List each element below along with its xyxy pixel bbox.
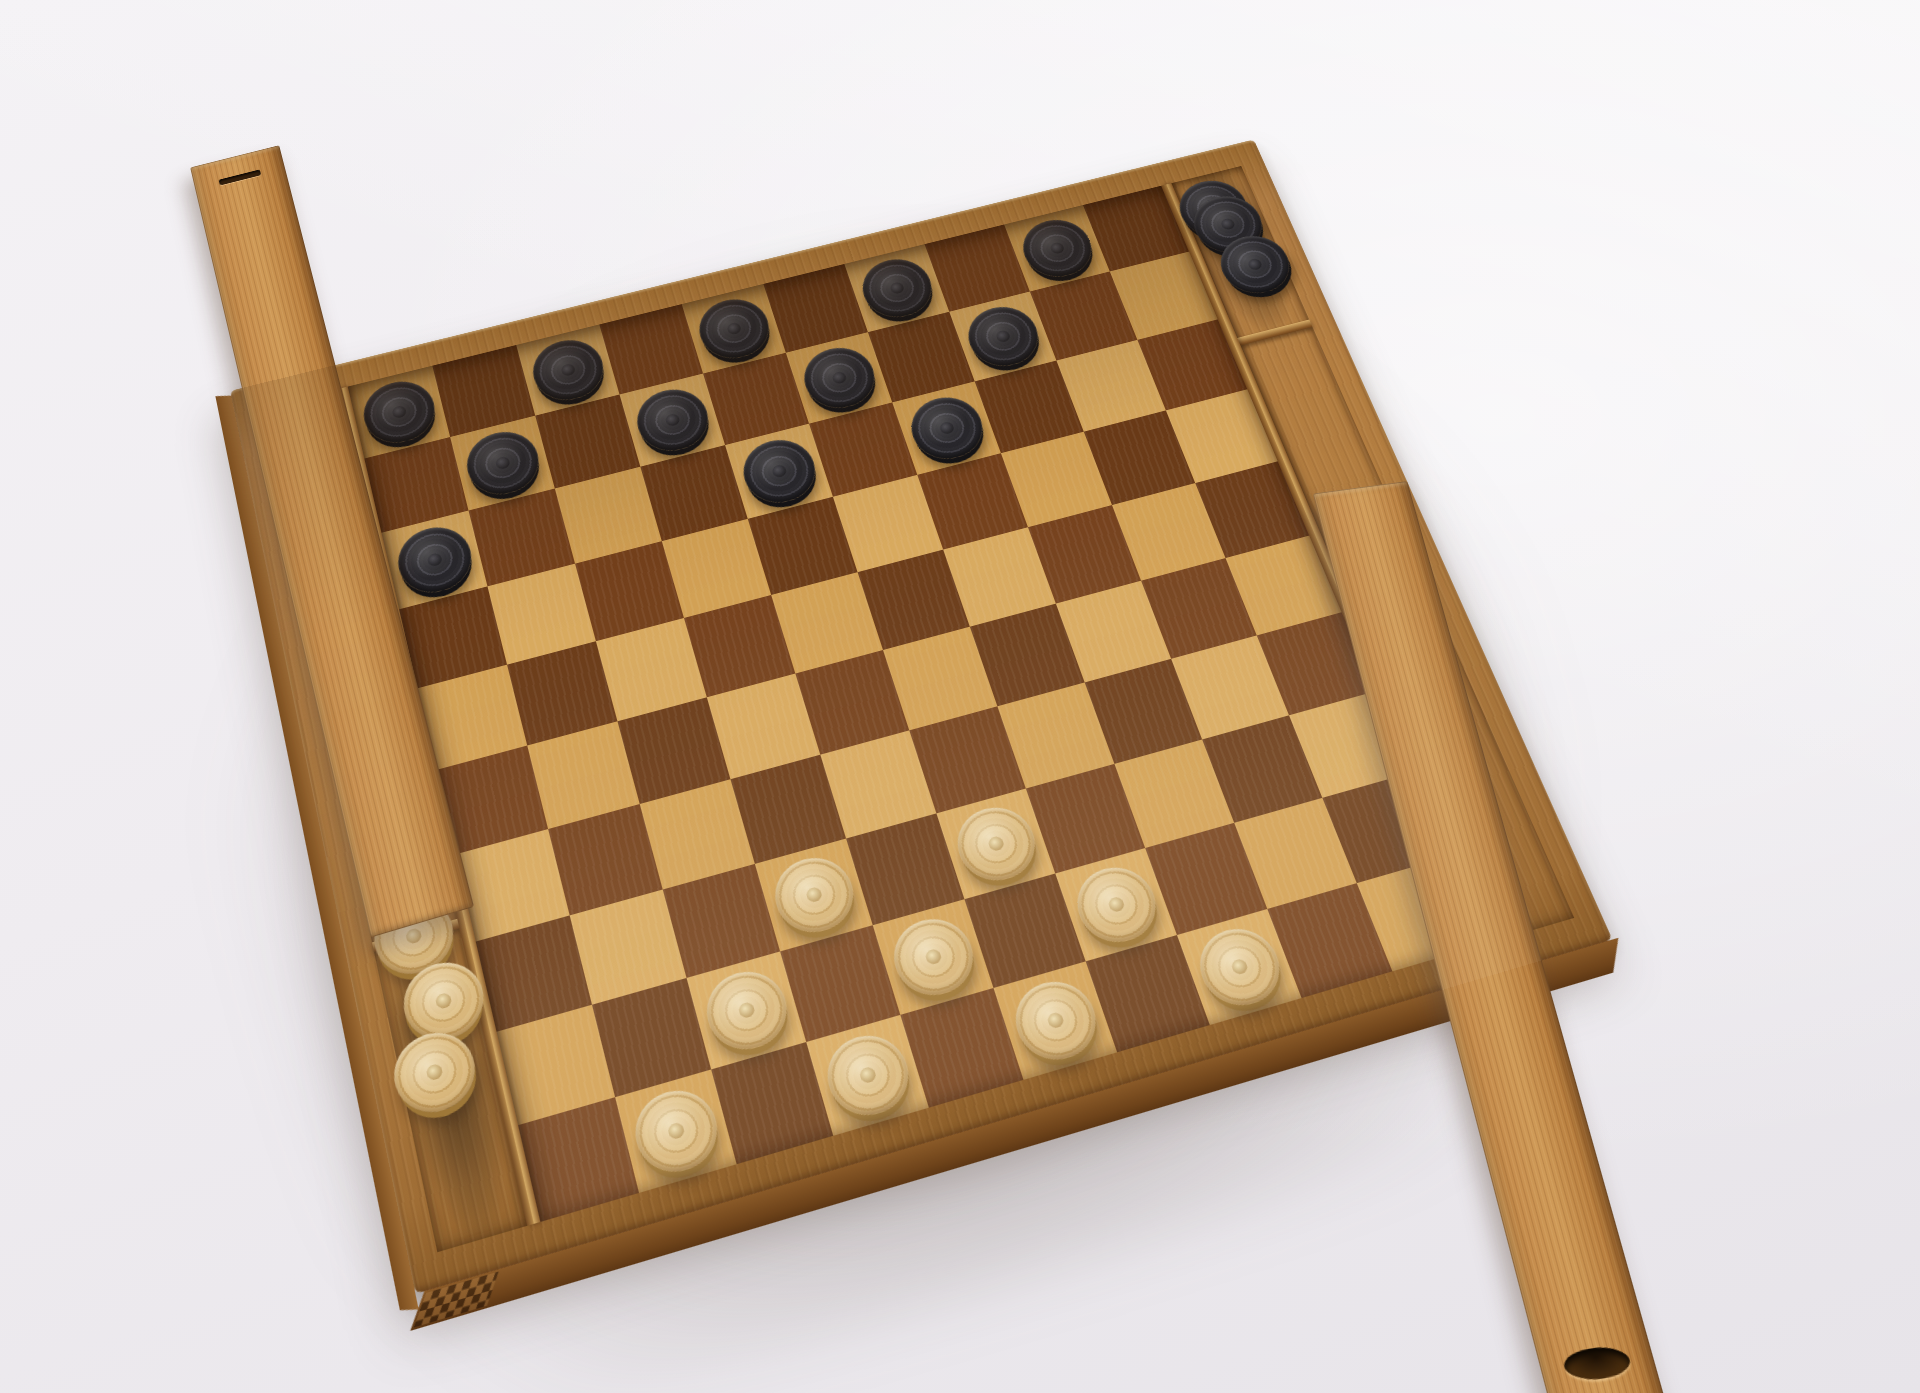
lid-finger-hole — [1561, 1345, 1633, 1382]
photo-scene — [0, 0, 1920, 1393]
lid-slot — [219, 169, 262, 185]
